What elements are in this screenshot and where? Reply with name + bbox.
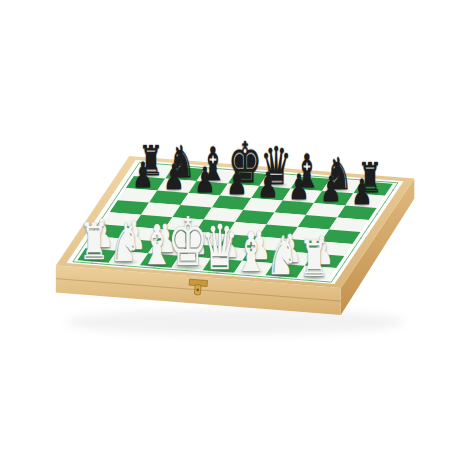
ground-shadow — [65, 309, 405, 335]
chess-set-photo: abcdefgh12345678 ♜♞♝♚♛♝♞♜♟♟♟♟♟♟♟♟♟♟♟♟♟♟♟… — [0, 0, 450, 450]
rank-label: 4 — [359, 238, 362, 240]
chess-piece-glyph: ♟ — [320, 172, 341, 207]
chess-piece-glyph: ♞ — [109, 217, 141, 270]
rank-label: 5 — [367, 226, 370, 228]
rank-label: 2 — [343, 262, 346, 264]
chess-piece-glyph: ♝ — [234, 225, 268, 280]
rank-label: 1 — [334, 274, 337, 276]
chess-piece-glyph: ♟ — [257, 167, 278, 202]
chess-piece-glyph: ♛ — [201, 216, 239, 278]
chess-piece-glyph: ♜ — [298, 234, 328, 284]
chess-piece-glyph: ♟ — [195, 162, 216, 197]
chess-piece-glyph: ♞ — [266, 229, 298, 282]
rank-label: 8 — [391, 189, 394, 191]
chess-piece-glyph: ♟ — [163, 160, 184, 195]
rank-label: 7 — [383, 201, 386, 203]
chess-piece-glyph: ♟ — [289, 170, 310, 205]
rank-label: 6 — [375, 214, 378, 216]
chess-piece-glyph: ♟ — [132, 158, 153, 193]
chess-piece-glyph: ♟ — [351, 175, 372, 210]
rank-label: 3 — [351, 250, 354, 252]
chess-piece-glyph: ♟ — [226, 165, 247, 200]
chess-piece-glyph: ♜ — [79, 217, 109, 267]
